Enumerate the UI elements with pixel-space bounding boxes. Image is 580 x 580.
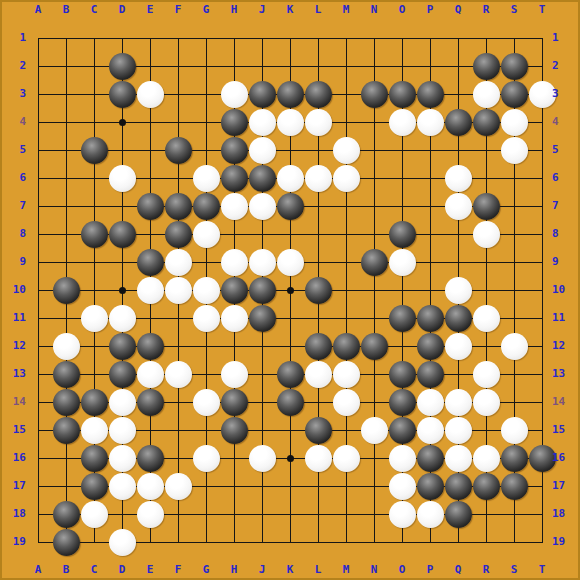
black-stone[interactable]	[221, 277, 248, 304]
col-label-bottom-L: L	[304, 564, 332, 576]
black-stone[interactable]	[389, 417, 416, 444]
white-stone[interactable]	[109, 389, 136, 416]
white-stone[interactable]	[473, 389, 500, 416]
col-label-top-A: A	[24, 4, 52, 16]
col-label-bottom-J: J	[248, 564, 276, 576]
row-label-right-16: 16	[552, 452, 576, 464]
white-stone[interactable]	[333, 137, 360, 164]
col-label-top-R: R	[472, 4, 500, 16]
black-stone[interactable]	[445, 305, 472, 332]
white-stone[interactable]	[221, 193, 248, 220]
col-label-bottom-T: T	[528, 564, 556, 576]
black-stone[interactable]	[53, 389, 80, 416]
col-label-bottom-K: K	[276, 564, 304, 576]
black-stone[interactable]	[277, 389, 304, 416]
black-stone[interactable]	[53, 361, 80, 388]
star-point	[119, 119, 126, 126]
black-stone[interactable]	[221, 389, 248, 416]
row-label-left-15: 15	[2, 424, 26, 436]
black-stone[interactable]	[277, 81, 304, 108]
black-stone[interactable]	[361, 333, 388, 360]
col-label-top-T: T	[528, 4, 556, 16]
black-stone[interactable]	[221, 109, 248, 136]
black-stone[interactable]	[193, 193, 220, 220]
white-stone[interactable]	[501, 109, 528, 136]
white-stone[interactable]	[445, 445, 472, 472]
row-label-left-14: 14	[2, 396, 26, 408]
white-stone[interactable]	[137, 277, 164, 304]
black-stone[interactable]	[361, 249, 388, 276]
white-stone[interactable]	[221, 361, 248, 388]
white-stone[interactable]	[277, 165, 304, 192]
white-stone[interactable]	[193, 445, 220, 472]
white-stone[interactable]	[305, 165, 332, 192]
row-label-left-7: 7	[2, 200, 26, 212]
black-stone[interactable]	[445, 501, 472, 528]
col-label-top-S: S	[500, 4, 528, 16]
black-stone[interactable]	[473, 473, 500, 500]
col-label-top-Q: Q	[444, 4, 472, 16]
black-stone[interactable]	[501, 53, 528, 80]
white-stone[interactable]	[445, 333, 472, 360]
black-stone[interactable]	[445, 109, 472, 136]
white-stone[interactable]	[81, 305, 108, 332]
black-stone[interactable]	[53, 417, 80, 444]
white-stone[interactable]	[249, 109, 276, 136]
row-label-right-12: 12	[552, 340, 576, 352]
white-stone[interactable]	[165, 361, 192, 388]
black-stone[interactable]	[445, 473, 472, 500]
white-stone[interactable]	[109, 445, 136, 472]
row-label-left-13: 13	[2, 368, 26, 380]
row-label-right-8: 8	[552, 228, 576, 240]
row-label-right-4: 4	[552, 116, 576, 128]
col-label-bottom-R: R	[472, 564, 500, 576]
col-label-top-K: K	[276, 4, 304, 16]
row-label-left-10: 10	[2, 284, 26, 296]
black-stone[interactable]	[137, 389, 164, 416]
col-label-bottom-S: S	[500, 564, 528, 576]
white-stone[interactable]	[81, 417, 108, 444]
white-stone[interactable]	[109, 473, 136, 500]
col-label-top-B: B	[52, 4, 80, 16]
row-label-left-5: 5	[2, 144, 26, 156]
black-stone[interactable]	[249, 305, 276, 332]
col-label-top-J: J	[248, 4, 276, 16]
white-stone[interactable]	[193, 221, 220, 248]
row-label-right-18: 18	[552, 508, 576, 520]
white-stone[interactable]	[305, 361, 332, 388]
star-point	[287, 287, 294, 294]
white-stone[interactable]	[389, 473, 416, 500]
star-point	[119, 287, 126, 294]
white-stone[interactable]	[501, 417, 528, 444]
row-label-left-17: 17	[2, 480, 26, 492]
black-stone[interactable]	[389, 389, 416, 416]
black-stone[interactable]	[81, 221, 108, 248]
black-stone[interactable]	[109, 81, 136, 108]
col-label-top-C: C	[80, 4, 108, 16]
row-label-right-9: 9	[552, 256, 576, 268]
col-label-top-H: H	[220, 4, 248, 16]
black-stone[interactable]	[81, 445, 108, 472]
col-label-top-N: N	[360, 4, 388, 16]
black-stone[interactable]	[277, 193, 304, 220]
white-stone[interactable]	[109, 529, 136, 556]
row-label-right-2: 2	[552, 60, 576, 72]
black-stone[interactable]	[305, 417, 332, 444]
row-label-left-19: 19	[2, 536, 26, 548]
black-stone[interactable]	[417, 361, 444, 388]
white-stone[interactable]	[137, 473, 164, 500]
white-stone[interactable]	[277, 109, 304, 136]
white-stone[interactable]	[501, 137, 528, 164]
white-stone[interactable]	[193, 389, 220, 416]
go-client-window: { "game": "go", "board": { "size": 19, "…	[0, 0, 580, 580]
black-stone[interactable]	[81, 473, 108, 500]
col-label-bottom-G: G	[192, 564, 220, 576]
white-stone[interactable]	[249, 249, 276, 276]
row-label-left-1: 1	[2, 32, 26, 44]
row-label-left-3: 3	[2, 88, 26, 100]
white-stone[interactable]	[445, 165, 472, 192]
black-stone[interactable]	[137, 249, 164, 276]
row-label-right-1: 1	[552, 32, 576, 44]
black-stone[interactable]	[165, 193, 192, 220]
black-stone[interactable]	[417, 473, 444, 500]
white-stone[interactable]	[137, 81, 164, 108]
black-stone[interactable]	[501, 473, 528, 500]
black-stone[interactable]	[137, 333, 164, 360]
white-stone[interactable]	[277, 249, 304, 276]
row-label-left-9: 9	[2, 256, 26, 268]
white-stone[interactable]	[165, 249, 192, 276]
black-stone[interactable]	[305, 333, 332, 360]
black-stone[interactable]	[417, 445, 444, 472]
white-stone[interactable]	[445, 389, 472, 416]
white-stone[interactable]	[81, 501, 108, 528]
col-label-bottom-O: O	[388, 564, 416, 576]
black-stone[interactable]	[473, 53, 500, 80]
white-stone[interactable]	[445, 193, 472, 220]
black-stone[interactable]	[361, 81, 388, 108]
col-label-bottom-H: H	[220, 564, 248, 576]
row-label-right-17: 17	[552, 480, 576, 492]
white-stone[interactable]	[389, 249, 416, 276]
col-label-bottom-P: P	[416, 564, 444, 576]
white-stone[interactable]	[193, 277, 220, 304]
black-stone[interactable]	[53, 529, 80, 556]
black-stone[interactable]	[165, 137, 192, 164]
white-stone[interactable]	[333, 361, 360, 388]
col-label-bottom-Q: Q	[444, 564, 472, 576]
row-label-right-15: 15	[552, 424, 576, 436]
black-stone[interactable]	[81, 389, 108, 416]
white-stone[interactable]	[137, 501, 164, 528]
white-stone[interactable]	[473, 361, 500, 388]
col-label-top-D: D	[108, 4, 136, 16]
white-stone[interactable]	[417, 501, 444, 528]
black-stone[interactable]	[389, 305, 416, 332]
row-label-right-5: 5	[552, 144, 576, 156]
black-stone[interactable]	[221, 137, 248, 164]
black-stone[interactable]	[137, 193, 164, 220]
white-stone[interactable]	[305, 445, 332, 472]
white-stone[interactable]	[249, 445, 276, 472]
white-stone[interactable]	[109, 165, 136, 192]
white-stone[interactable]	[473, 81, 500, 108]
row-label-right-11: 11	[552, 312, 576, 324]
white-stone[interactable]	[333, 445, 360, 472]
black-stone[interactable]	[249, 165, 276, 192]
white-stone[interactable]	[361, 417, 388, 444]
row-label-left-12: 12	[2, 340, 26, 352]
row-label-left-4: 4	[2, 116, 26, 128]
black-stone[interactable]	[389, 221, 416, 248]
col-label-bottom-M: M	[332, 564, 360, 576]
white-stone[interactable]	[165, 277, 192, 304]
black-stone[interactable]	[249, 81, 276, 108]
white-stone[interactable]	[501, 333, 528, 360]
white-stone[interactable]	[109, 417, 136, 444]
white-stone[interactable]	[109, 305, 136, 332]
row-label-right-14: 14	[552, 396, 576, 408]
white-stone[interactable]	[333, 165, 360, 192]
col-label-top-E: E	[136, 4, 164, 16]
white-stone[interactable]	[445, 277, 472, 304]
star-point	[287, 455, 294, 462]
white-stone[interactable]	[221, 305, 248, 332]
black-stone[interactable]	[277, 361, 304, 388]
black-stone[interactable]	[473, 193, 500, 220]
white-stone[interactable]	[137, 361, 164, 388]
row-label-right-7: 7	[552, 200, 576, 212]
col-label-top-O: O	[388, 4, 416, 16]
white-stone[interactable]	[473, 445, 500, 472]
white-stone[interactable]	[333, 389, 360, 416]
col-label-top-G: G	[192, 4, 220, 16]
black-stone[interactable]	[221, 165, 248, 192]
row-label-left-18: 18	[2, 508, 26, 520]
row-label-right-10: 10	[552, 284, 576, 296]
white-stone[interactable]	[305, 109, 332, 136]
row-label-left-8: 8	[2, 228, 26, 240]
white-stone[interactable]	[417, 417, 444, 444]
black-stone[interactable]	[109, 361, 136, 388]
row-label-right-3: 3	[552, 88, 576, 100]
black-stone[interactable]	[501, 81, 528, 108]
col-label-bottom-A: A	[24, 564, 52, 576]
col-label-bottom-B: B	[52, 564, 80, 576]
row-label-left-16: 16	[2, 452, 26, 464]
black-stone[interactable]	[305, 277, 332, 304]
white-stone[interactable]	[417, 109, 444, 136]
black-stone[interactable]	[417, 81, 444, 108]
white-stone[interactable]	[389, 445, 416, 472]
white-stone[interactable]	[193, 305, 220, 332]
white-stone[interactable]	[473, 221, 500, 248]
col-label-bottom-N: N	[360, 564, 388, 576]
col-label-bottom-F: F	[164, 564, 192, 576]
col-label-bottom-D: D	[108, 564, 136, 576]
white-stone[interactable]	[53, 333, 80, 360]
black-stone[interactable]	[109, 221, 136, 248]
black-stone[interactable]	[333, 333, 360, 360]
row-label-right-19: 19	[552, 536, 576, 548]
black-stone[interactable]	[109, 53, 136, 80]
row-label-right-13: 13	[552, 368, 576, 380]
white-stone[interactable]	[417, 389, 444, 416]
col-label-top-L: L	[304, 4, 332, 16]
black-stone[interactable]	[417, 305, 444, 332]
col-label-top-F: F	[164, 4, 192, 16]
col-label-bottom-C: C	[80, 564, 108, 576]
white-stone[interactable]	[249, 193, 276, 220]
black-stone[interactable]	[53, 501, 80, 528]
black-stone[interactable]	[109, 333, 136, 360]
black-stone[interactable]	[137, 445, 164, 472]
col-label-bottom-E: E	[136, 564, 164, 576]
white-stone[interactable]	[221, 81, 248, 108]
white-stone[interactable]	[165, 473, 192, 500]
white-stone[interactable]	[193, 165, 220, 192]
col-label-top-P: P	[416, 4, 444, 16]
white-stone[interactable]	[389, 109, 416, 136]
black-stone[interactable]	[249, 277, 276, 304]
black-stone[interactable]	[53, 277, 80, 304]
black-stone[interactable]	[81, 137, 108, 164]
black-stone[interactable]	[501, 445, 528, 472]
black-stone[interactable]	[165, 221, 192, 248]
white-stone[interactable]	[473, 305, 500, 332]
black-stone[interactable]	[417, 333, 444, 360]
black-stone[interactable]	[305, 81, 332, 108]
white-stone[interactable]	[445, 417, 472, 444]
col-label-top-M: M	[332, 4, 360, 16]
black-stone[interactable]	[221, 417, 248, 444]
row-label-right-6: 6	[552, 172, 576, 184]
white-stone[interactable]	[249, 137, 276, 164]
black-stone[interactable]	[389, 361, 416, 388]
row-label-left-6: 6	[2, 172, 26, 184]
white-stone[interactable]	[221, 249, 248, 276]
row-label-left-11: 11	[2, 312, 26, 324]
row-label-left-2: 2	[2, 60, 26, 72]
black-stone[interactable]	[473, 109, 500, 136]
white-stone[interactable]	[389, 501, 416, 528]
black-stone[interactable]	[389, 81, 416, 108]
